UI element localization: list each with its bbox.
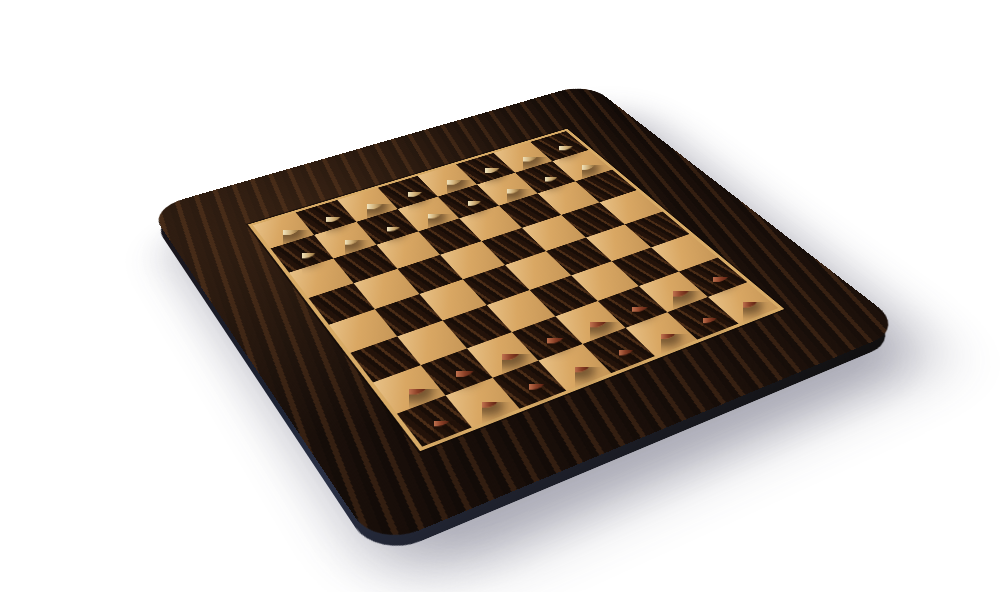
board-frame: ♜♞♝♛♚♝♞♜♟♟♟♟♟♟♟♟♜♞♝♛♚♝♞♜♟♟♟♟♟♟♟♟	[149, 83, 906, 548]
photo-backdrop: ♜♞♝♛♚♝♞♜♟♟♟♟♟♟♟♟♜♞♝♛♚♝♞♜♟♟♟♟♟♟♟♟	[0, 0, 1000, 592]
chess-board: ♜♞♝♛♚♝♞♜♟♟♟♟♟♟♟♟♜♞♝♛♚♝♞♜♟♟♟♟♟♟♟♟	[149, 83, 906, 548]
pawn-glyph: ♟	[403, 348, 465, 410]
pawn-glyph: ♟	[275, 191, 328, 244]
